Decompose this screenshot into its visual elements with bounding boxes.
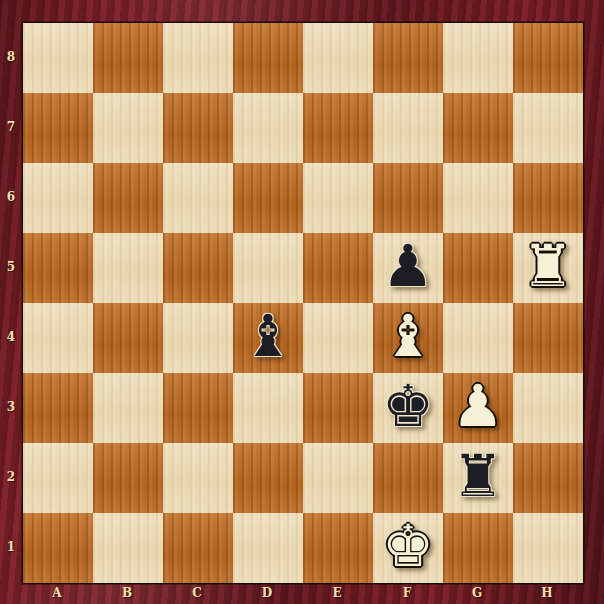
- white-bishop: ♝: [373, 303, 443, 373]
- square-d2[interactable]: [233, 443, 303, 513]
- square-c3[interactable]: [163, 373, 233, 443]
- square-c1[interactable]: [163, 513, 233, 583]
- square-b3[interactable]: [93, 373, 163, 443]
- white-pawn: ♟: [443, 373, 513, 443]
- square-b7[interactable]: [93, 93, 163, 163]
- square-c8[interactable]: [163, 23, 233, 93]
- square-d1[interactable]: [233, 513, 303, 583]
- chess-board-frame: 87654321 ♟♜♝♝♚♟♜♚ ABCDEFGH: [0, 0, 604, 604]
- file-labels: ABCDEFGH: [22, 582, 582, 604]
- square-d3[interactable]: [233, 373, 303, 443]
- square-a6[interactable]: [23, 163, 93, 233]
- square-a3[interactable]: [23, 373, 93, 443]
- square-h1[interactable]: [513, 513, 583, 583]
- square-f6[interactable]: [373, 163, 443, 233]
- file-label-c: C: [162, 582, 232, 604]
- rank-label-7: 7: [0, 92, 22, 162]
- square-d5[interactable]: [233, 233, 303, 303]
- square-g1[interactable]: [443, 513, 513, 583]
- file-label-d: D: [232, 582, 302, 604]
- square-a5[interactable]: [23, 233, 93, 303]
- square-e8[interactable]: [303, 23, 373, 93]
- file-label-b: B: [92, 582, 162, 604]
- rank-labels: 87654321: [0, 22, 22, 582]
- square-h2[interactable]: [513, 443, 583, 513]
- black-rook: ♜: [443, 443, 513, 513]
- white-rook: ♜: [513, 233, 583, 303]
- square-f8[interactable]: [373, 23, 443, 93]
- square-c7[interactable]: [163, 93, 233, 163]
- square-h4[interactable]: [513, 303, 583, 373]
- chess-board: ♟♜♝♝♚♟♜♚: [22, 22, 584, 584]
- rank-label-1: 1: [0, 512, 22, 582]
- square-c6[interactable]: [163, 163, 233, 233]
- rank-label-3: 3: [0, 372, 22, 442]
- black-king: ♚: [373, 373, 443, 443]
- rank-label-2: 2: [0, 442, 22, 512]
- black-pawn: ♟: [373, 233, 443, 303]
- square-d4[interactable]: ♝: [233, 303, 303, 373]
- square-c5[interactable]: [163, 233, 233, 303]
- square-h6[interactable]: [513, 163, 583, 233]
- square-b2[interactable]: [93, 443, 163, 513]
- file-label-a: A: [22, 582, 92, 604]
- square-f2[interactable]: [373, 443, 443, 513]
- square-h7[interactable]: [513, 93, 583, 163]
- rank-label-5: 5: [0, 232, 22, 302]
- square-b8[interactable]: [93, 23, 163, 93]
- square-d7[interactable]: [233, 93, 303, 163]
- file-label-f: F: [372, 582, 442, 604]
- square-c4[interactable]: [163, 303, 233, 373]
- square-a1[interactable]: [23, 513, 93, 583]
- black-bishop: ♝: [233, 303, 303, 373]
- square-h5[interactable]: ♜: [513, 233, 583, 303]
- square-a7[interactable]: [23, 93, 93, 163]
- square-f7[interactable]: [373, 93, 443, 163]
- square-e2[interactable]: [303, 443, 373, 513]
- square-g8[interactable]: [443, 23, 513, 93]
- square-g4[interactable]: [443, 303, 513, 373]
- square-e7[interactable]: [303, 93, 373, 163]
- square-g7[interactable]: [443, 93, 513, 163]
- square-b1[interactable]: [93, 513, 163, 583]
- rank-label-8: 8: [0, 22, 22, 92]
- square-b4[interactable]: [93, 303, 163, 373]
- square-e6[interactable]: [303, 163, 373, 233]
- square-f1[interactable]: ♚: [373, 513, 443, 583]
- square-f3[interactable]: ♚: [373, 373, 443, 443]
- rank-label-6: 6: [0, 162, 22, 232]
- file-label-e: E: [302, 582, 372, 604]
- file-label-g: G: [442, 582, 512, 604]
- file-label-h: H: [512, 582, 582, 604]
- square-g6[interactable]: [443, 163, 513, 233]
- square-e5[interactable]: [303, 233, 373, 303]
- square-g5[interactable]: [443, 233, 513, 303]
- square-g3[interactable]: ♟: [443, 373, 513, 443]
- square-e1[interactable]: [303, 513, 373, 583]
- square-f5[interactable]: ♟: [373, 233, 443, 303]
- square-c2[interactable]: [163, 443, 233, 513]
- square-e4[interactable]: [303, 303, 373, 373]
- square-f4[interactable]: ♝: [373, 303, 443, 373]
- square-a2[interactable]: [23, 443, 93, 513]
- square-a4[interactable]: [23, 303, 93, 373]
- white-king: ♚: [373, 513, 443, 583]
- square-a8[interactable]: [23, 23, 93, 93]
- square-b5[interactable]: [93, 233, 163, 303]
- rank-label-4: 4: [0, 302, 22, 372]
- square-b6[interactable]: [93, 163, 163, 233]
- square-h8[interactable]: [513, 23, 583, 93]
- square-g2[interactable]: ♜: [443, 443, 513, 513]
- square-h3[interactable]: [513, 373, 583, 443]
- square-d6[interactable]: [233, 163, 303, 233]
- square-d8[interactable]: [233, 23, 303, 93]
- square-e3[interactable]: [303, 373, 373, 443]
